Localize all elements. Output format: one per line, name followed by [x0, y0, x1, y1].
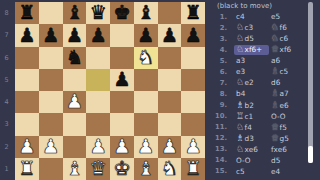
black-figurine: ♛	[271, 134, 279, 143]
square-f2[interactable]: ♟	[134, 136, 158, 158]
side-to-move-caption: (black to move)	[217, 2, 308, 10]
move-text: c5	[236, 167, 245, 176]
move-row-11: 11.♘f4♛f5	[210, 122, 308, 133]
square-c6[interactable]: ♞	[63, 47, 87, 69]
square-a7[interactable]: ♟	[15, 24, 39, 46]
move-list-panel: (black to move) 1.c4e52.♘c3♞f63.♘d5♞c64.…	[210, 0, 308, 180]
white-figurine: ♘	[236, 123, 244, 132]
move-text: g5	[280, 134, 289, 143]
black-pawn-c7[interactable]: ♟	[66, 25, 83, 45]
square-h3[interactable]	[181, 113, 205, 135]
square-b1[interactable]	[39, 158, 63, 180]
move-row-8: 8.b4♝a7	[210, 88, 308, 99]
move-text: O-O	[236, 156, 251, 165]
square-b5[interactable]	[39, 69, 63, 91]
black-move-11[interactable]: ♛f5	[269, 122, 304, 132]
square-c2[interactable]	[63, 136, 87, 158]
white-pawn-c4[interactable]: ♟	[66, 92, 83, 112]
move-row-1: 1.c4e5	[210, 11, 308, 22]
square-c5[interactable]	[63, 69, 87, 91]
move-row-7: 7.♘e2d6	[210, 77, 308, 88]
square-g4[interactable]	[158, 91, 182, 113]
square-c7[interactable]: ♟	[63, 24, 87, 46]
square-d6[interactable]	[86, 47, 110, 69]
black-pawn-f7[interactable]: ♟	[137, 25, 154, 45]
white-pawn-g2[interactable]: ♟	[161, 136, 178, 156]
black-queen-d8[interactable]: ♛	[89, 3, 106, 23]
black-bishop-c8[interactable]: ♝	[66, 3, 83, 23]
rank-label-1: 1	[0, 158, 13, 180]
black-move-15[interactable]: e4	[269, 166, 304, 176]
square-e2[interactable]: ♟	[110, 136, 134, 158]
move-row-6: 6.e3♝c5	[210, 66, 308, 77]
square-d3[interactable]	[86, 113, 110, 135]
square-a2[interactable]: ♟	[15, 136, 39, 158]
move-list: 1.c4e52.♘c3♞f63.♘d5♞c64.♘xf6+♛xf65.a3a66…	[210, 11, 308, 177]
rank-label-8: 8	[0, 2, 13, 24]
chess-board[interactable]: ♜♝♛♚♝♜♟♟♟♟♟♟♟♞♞♟♟♟♟♟♟♟♟♟♜♝♛♚♝♞♜	[15, 2, 205, 180]
square-b8[interactable]	[39, 2, 63, 24]
move-text: O-O	[271, 112, 286, 121]
move-text: a6	[271, 56, 280, 65]
square-f1[interactable]: ♝	[134, 158, 158, 180]
move-row-12: 12.♗d3♛g5	[210, 133, 308, 144]
white-queen-d1[interactable]: ♛	[89, 159, 106, 179]
square-h5[interactable]	[181, 69, 205, 91]
square-e6[interactable]	[110, 47, 134, 69]
white-move-12[interactable]: ♗d3	[234, 133, 269, 143]
move-row-10: 10.♖c1O-O	[210, 111, 308, 122]
square-c8[interactable]: ♝	[63, 2, 87, 24]
square-h1[interactable]: ♜	[181, 158, 205, 180]
square-f6[interactable]: ♞	[134, 47, 158, 69]
move-text: e5	[271, 12, 280, 21]
square-h8[interactable]: ♜	[181, 2, 205, 24]
move-row-15: 15.c5e4	[210, 166, 308, 177]
black-move-13[interactable]: fxe6	[269, 144, 304, 154]
move-row-2: 2.♘c3♞f6	[210, 22, 308, 33]
move-text: e4	[271, 167, 280, 176]
white-move-2[interactable]: ♘c3	[234, 23, 269, 33]
square-b4[interactable]	[39, 91, 63, 113]
square-h4[interactable]	[181, 91, 205, 113]
rank-label-2: 2	[0, 136, 13, 158]
square-f8[interactable]: ♝	[134, 2, 158, 24]
square-e5[interactable]: ♟	[110, 69, 134, 91]
white-knight-f6[interactable]: ♞	[137, 47, 154, 67]
square-f7[interactable]: ♟	[134, 24, 158, 46]
black-pawn-e5[interactable]: ♟	[113, 70, 130, 90]
black-move-7[interactable]: d6	[269, 78, 304, 88]
black-figurine: ♞	[271, 23, 279, 32]
white-move-14[interactable]: O-O	[234, 155, 269, 165]
move-row-5: 5.a3a6	[210, 55, 308, 66]
black-rook-h8[interactable]: ♜	[184, 3, 201, 23]
black-move-4[interactable]: ♛xf6	[269, 45, 304, 55]
square-h7[interactable]: ♟	[181, 24, 205, 46]
move-number: 8.	[210, 90, 227, 98]
white-figurine: ♘	[236, 78, 244, 87]
square-g7[interactable]: ♟	[158, 24, 182, 46]
square-a5[interactable]	[15, 69, 39, 91]
rank-labels: 87654321	[0, 2, 13, 180]
move-text: xf6+	[245, 45, 263, 54]
white-pawn-a2[interactable]: ♟	[18, 136, 35, 156]
square-a3[interactable]	[15, 113, 39, 135]
move-text: xf6	[280, 45, 292, 54]
square-g5[interactable]	[158, 69, 182, 91]
move-text: c1	[245, 112, 254, 121]
move-text: e6	[280, 101, 289, 110]
square-d2[interactable]: ♟	[86, 136, 110, 158]
white-bishop-c1[interactable]: ♝	[66, 159, 83, 179]
white-move-3[interactable]: ♘d5	[234, 34, 269, 44]
white-king-e1[interactable]: ♚	[113, 159, 130, 179]
black-rook-a8[interactable]: ♜	[18, 3, 35, 23]
square-e4[interactable]	[110, 91, 134, 113]
square-c4[interactable]: ♟	[63, 91, 87, 113]
move-text: f6	[280, 23, 287, 32]
square-g1[interactable]: ♞	[158, 158, 182, 180]
black-move-2[interactable]: ♞f6	[269, 23, 304, 33]
square-g3[interactable]	[158, 113, 182, 135]
move-text: d6	[271, 78, 280, 87]
square-f5[interactable]	[134, 69, 158, 91]
move-number: 12.	[210, 134, 227, 142]
square-b6[interactable]	[39, 47, 63, 69]
scrollbar-thumb[interactable]	[308, 146, 313, 163]
move-number: 7.	[210, 79, 227, 87]
square-f4[interactable]	[134, 91, 158, 113]
move-number: 2.	[210, 24, 227, 32]
move-text: c4	[236, 12, 245, 21]
white-move-5[interactable]: a3	[234, 56, 269, 66]
move-number: 4.	[210, 46, 227, 54]
white-bishop-f1[interactable]: ♝	[137, 159, 154, 179]
move-number: 13.	[210, 145, 227, 153]
square-b2[interactable]: ♟	[39, 136, 63, 158]
square-f3[interactable]	[134, 113, 158, 135]
move-row-13: 13.♘xe6fxe6	[210, 144, 308, 155]
square-h6[interactable]	[181, 47, 205, 69]
square-e7[interactable]	[110, 24, 134, 46]
black-move-1[interactable]: e5	[269, 12, 304, 22]
move-text: f5	[280, 123, 287, 132]
white-move-7[interactable]: ♘e2	[234, 78, 269, 88]
move-number: 15.	[210, 167, 227, 175]
move-row-3: 3.♘d5♞c6	[210, 33, 308, 44]
move-number: 3.	[210, 35, 227, 43]
square-h2[interactable]: ♟	[181, 136, 205, 158]
black-figurine: ♞	[271, 34, 279, 43]
black-bishop-f8[interactable]: ♝	[137, 3, 154, 23]
white-move-4[interactable]: ♘xf6+	[234, 45, 269, 55]
move-text: a3	[236, 56, 245, 65]
square-d4[interactable]	[86, 91, 110, 113]
black-pawn-g7[interactable]: ♟	[161, 25, 178, 45]
black-figurine: ♝	[271, 67, 279, 76]
scrollbar-track[interactable]	[308, 2, 313, 163]
white-figurine: ♘	[236, 45, 244, 54]
square-b7[interactable]: ♟	[39, 24, 63, 46]
black-figurine: ♝	[271, 89, 279, 98]
white-figurine: ♗	[236, 134, 244, 143]
square-d8[interactable]: ♛	[86, 2, 110, 24]
move-row-9: 9.♗b2♝e6	[210, 100, 308, 111]
white-pawn-d2[interactable]: ♟	[89, 136, 106, 156]
rank-label-4: 4	[0, 91, 13, 113]
white-move-13[interactable]: ♘xe6	[234, 144, 269, 154]
white-rook-h1[interactable]: ♜	[184, 159, 201, 179]
move-text: c3	[245, 23, 254, 32]
black-move-14[interactable]: d5	[269, 155, 304, 165]
black-knight-c6[interactable]: ♞	[66, 47, 83, 67]
black-move-8[interactable]: ♝a7	[269, 89, 304, 99]
rank-label-7: 7	[0, 24, 13, 46]
move-text: e3	[236, 67, 245, 76]
square-c1[interactable]: ♝	[63, 158, 87, 180]
move-number: 9.	[210, 101, 227, 109]
square-d5[interactable]	[86, 69, 110, 91]
white-move-8[interactable]: b4	[234, 89, 269, 99]
move-text: xe6	[245, 145, 258, 154]
square-e1[interactable]: ♚	[110, 158, 134, 180]
move-text: b2	[245, 101, 254, 110]
move-row-4: 4.♘xf6+♛xf6	[210, 44, 308, 55]
move-row-14: 14.O-Od5	[210, 155, 308, 166]
square-a1[interactable]: ♜	[15, 158, 39, 180]
rank-label-3: 3	[0, 113, 13, 135]
black-pawn-b7[interactable]: ♟	[42, 25, 59, 45]
white-figurine: ♘	[236, 34, 244, 43]
move-text: b4	[236, 89, 245, 98]
black-move-10[interactable]: O-O	[269, 111, 304, 121]
square-d7[interactable]: ♟	[86, 24, 110, 46]
white-move-6[interactable]: e3	[234, 67, 269, 77]
rank-label-5: 5	[0, 69, 13, 91]
black-move-5[interactable]: a6	[269, 56, 304, 66]
white-figurine: ♘	[236, 145, 244, 154]
black-move-3[interactable]: ♞c6	[269, 34, 304, 44]
move-text: c6	[280, 34, 289, 43]
square-d1[interactable]: ♛	[86, 158, 110, 180]
white-move-11[interactable]: ♘f4	[234, 122, 269, 132]
black-pawn-h7[interactable]: ♟	[184, 25, 201, 45]
black-pawn-d7[interactable]: ♟	[89, 25, 106, 45]
square-a6[interactable]	[15, 47, 39, 69]
move-text: a7	[280, 89, 289, 98]
move-text: c5	[280, 67, 289, 76]
move-text: d3	[245, 134, 254, 143]
white-move-1[interactable]: c4	[234, 12, 269, 22]
white-rook-a1[interactable]: ♜	[18, 159, 35, 179]
white-figurine: ♗	[236, 101, 244, 110]
black-pawn-a7[interactable]: ♟	[18, 25, 35, 45]
square-a8[interactable]: ♜	[15, 2, 39, 24]
move-text: d5	[271, 156, 280, 165]
square-a4[interactable]	[15, 91, 39, 113]
white-move-15[interactable]: c5	[234, 166, 269, 176]
move-number: 5.	[210, 57, 227, 65]
rank-label-6: 6	[0, 47, 13, 69]
white-knight-g1[interactable]: ♞	[161, 159, 178, 179]
square-e8[interactable]: ♚	[110, 2, 134, 24]
black-figurine: ♛	[271, 123, 279, 132]
move-number: 10.	[210, 112, 227, 120]
square-g8[interactable]	[158, 2, 182, 24]
move-number: 14.	[210, 156, 227, 164]
white-figurine: ♖	[236, 112, 244, 121]
white-move-9[interactable]: ♗b2	[234, 100, 269, 110]
black-move-12[interactable]: ♛g5	[269, 133, 304, 143]
move-text: e2	[245, 78, 254, 87]
move-number: 6.	[210, 68, 227, 76]
square-g2[interactable]: ♟	[158, 136, 182, 158]
white-move-10[interactable]: ♖c1	[234, 111, 269, 121]
square-g6[interactable]	[158, 47, 182, 69]
move-text: f4	[245, 123, 252, 132]
move-number: 1.	[210, 13, 227, 21]
square-e3[interactable]	[110, 113, 134, 135]
black-move-9[interactable]: ♝e6	[269, 100, 304, 110]
black-figurine: ♛	[271, 45, 279, 54]
move-text: fxe6	[271, 145, 287, 154]
white-figurine: ♘	[236, 23, 244, 32]
square-c3[interactable]	[63, 113, 87, 135]
move-text: d5	[245, 34, 254, 43]
white-pawn-b2[interactable]: ♟	[42, 136, 59, 156]
square-b3[interactable]	[39, 113, 63, 135]
move-number: 11.	[210, 123, 227, 131]
black-king-e8[interactable]: ♚	[113, 3, 130, 23]
white-pawn-f2[interactable]: ♟	[137, 136, 154, 156]
black-figurine: ♝	[271, 101, 279, 110]
white-pawn-e2[interactable]: ♟	[113, 136, 130, 156]
black-move-6[interactable]: ♝c5	[269, 67, 304, 77]
white-pawn-h2[interactable]: ♟	[184, 136, 201, 156]
